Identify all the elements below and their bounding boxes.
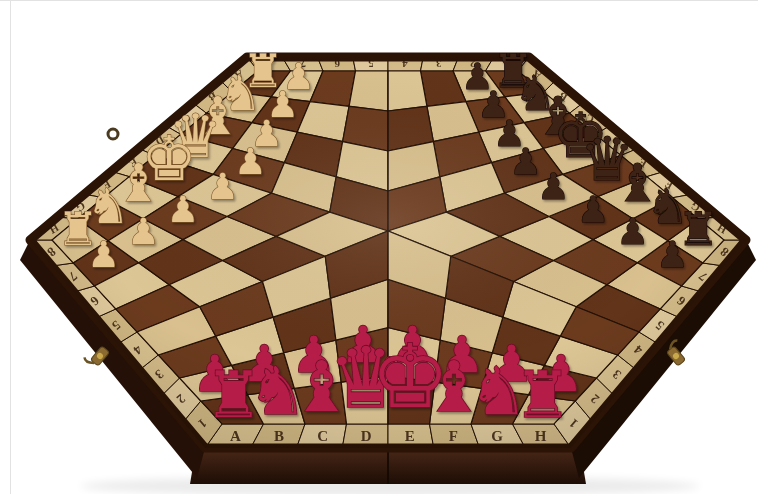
file-label: F (449, 428, 458, 444)
file-label: E (405, 428, 415, 444)
piece-white-pawn[interactable]: ♟ (88, 234, 120, 275)
file-label: D (361, 428, 372, 444)
piece-red-rook[interactable]: ♜ (205, 358, 262, 432)
piece-white-pawn[interactable]: ♟ (167, 189, 199, 230)
board-square[interactable] (388, 71, 427, 111)
photo-frame-top-line (0, 0, 758, 1)
file-label: G (491, 428, 503, 444)
piece-black-pawn[interactable]: ♟ (577, 189, 609, 230)
piece-white-pawn[interactable]: ♟ (206, 166, 238, 207)
three-player-chess-board: ABCDEFGH123456781234567887654321ABCDEFGH… (0, 0, 758, 494)
piece-black-pawn[interactable]: ♟ (617, 211, 649, 252)
board-square[interactable] (349, 71, 388, 111)
piece-white-pawn[interactable]: ♟ (127, 211, 159, 252)
clasp-ring (108, 129, 118, 139)
file-label: B (274, 428, 284, 444)
piece-red-rook[interactable]: ♜ (514, 358, 571, 432)
piece-black-pawn[interactable]: ♟ (537, 166, 569, 207)
product-photo: ABCDEFGH123456781234567887654321ABCDEFGH… (0, 0, 758, 494)
photo-frame-left-line (10, 0, 11, 494)
piece-black-pawn[interactable]: ♟ (656, 234, 688, 275)
piece-white-pawn[interactable]: ♟ (234, 141, 266, 182)
file-label: C (317, 428, 328, 444)
